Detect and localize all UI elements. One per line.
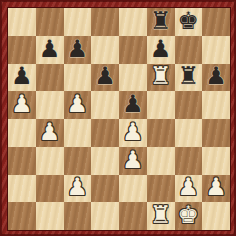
square-f1[interactable]: ♜ — [147, 202, 175, 230]
square-b3[interactable] — [36, 147, 64, 175]
square-g3[interactable] — [175, 147, 203, 175]
square-g5[interactable] — [175, 91, 203, 119]
black-pawn[interactable]: ♟ — [122, 92, 144, 116]
black-pawn[interactable]: ♟ — [150, 37, 172, 61]
square-b2[interactable] — [36, 175, 64, 203]
white-pawn[interactable]: ♟ — [122, 120, 144, 144]
square-c5[interactable]: ♟ — [64, 91, 92, 119]
square-f4[interactable] — [147, 119, 175, 147]
square-h3[interactable] — [202, 147, 230, 175]
square-h5[interactable] — [202, 91, 230, 119]
square-e7[interactable] — [119, 36, 147, 64]
square-h4[interactable] — [202, 119, 230, 147]
square-f3[interactable] — [147, 147, 175, 175]
square-e4[interactable]: ♟ — [119, 119, 147, 147]
square-d5[interactable] — [91, 91, 119, 119]
square-e3[interactable]: ♟ — [119, 147, 147, 175]
square-b6[interactable] — [36, 64, 64, 92]
black-pawn[interactable]: ♟ — [11, 64, 33, 88]
white-pawn[interactable]: ♟ — [178, 175, 200, 199]
square-d3[interactable] — [91, 147, 119, 175]
square-b4[interactable]: ♟ — [36, 119, 64, 147]
square-b1[interactable] — [36, 202, 64, 230]
square-e5[interactable]: ♟ — [119, 91, 147, 119]
white-pawn[interactable]: ♟ — [122, 148, 144, 172]
square-b7[interactable]: ♟ — [36, 36, 64, 64]
black-rook[interactable]: ♜ — [178, 64, 200, 88]
white-pawn[interactable]: ♟ — [205, 175, 227, 199]
black-pawn[interactable]: ♟ — [205, 64, 227, 88]
square-c8[interactable] — [64, 8, 92, 36]
square-f8[interactable]: ♜ — [147, 8, 175, 36]
square-h7[interactable] — [202, 36, 230, 64]
square-c7[interactable]: ♟ — [64, 36, 92, 64]
white-pawn[interactable]: ♟ — [67, 175, 89, 199]
white-king[interactable]: ♚ — [178, 203, 200, 227]
white-rook[interactable]: ♜ — [150, 64, 172, 88]
square-d4[interactable] — [91, 119, 119, 147]
chess-board: ♜♚♟♟♟♟♟♜♜♟♟♟♟♟♟♟♟♟♟♜♚ — [8, 8, 230, 230]
square-g7[interactable] — [175, 36, 203, 64]
square-a8[interactable] — [8, 8, 36, 36]
square-h2[interactable]: ♟ — [202, 175, 230, 203]
square-g6[interactable]: ♜ — [175, 64, 203, 92]
square-c4[interactable] — [64, 119, 92, 147]
square-a1[interactable] — [8, 202, 36, 230]
square-f5[interactable] — [147, 91, 175, 119]
chess-board-frame: ♜♚♟♟♟♟♟♜♜♟♟♟♟♟♟♟♟♟♟♜♚ — [0, 0, 236, 236]
square-h6[interactable]: ♟ — [202, 64, 230, 92]
square-h8[interactable] — [202, 8, 230, 36]
black-king[interactable]: ♚ — [178, 9, 200, 33]
square-g8[interactable]: ♚ — [175, 8, 203, 36]
square-c2[interactable]: ♟ — [64, 175, 92, 203]
square-b5[interactable] — [36, 91, 64, 119]
square-c1[interactable] — [64, 202, 92, 230]
square-e8[interactable] — [119, 8, 147, 36]
square-f2[interactable] — [147, 175, 175, 203]
square-g2[interactable]: ♟ — [175, 175, 203, 203]
square-f6[interactable]: ♜ — [147, 64, 175, 92]
white-pawn[interactable]: ♟ — [67, 92, 89, 116]
square-h1[interactable] — [202, 202, 230, 230]
square-b8[interactable] — [36, 8, 64, 36]
white-rook[interactable]: ♜ — [150, 203, 172, 227]
square-d6[interactable]: ♟ — [91, 64, 119, 92]
square-f7[interactable]: ♟ — [147, 36, 175, 64]
black-pawn[interactable]: ♟ — [39, 37, 61, 61]
square-a2[interactable] — [8, 175, 36, 203]
white-pawn[interactable]: ♟ — [11, 92, 33, 116]
black-pawn[interactable]: ♟ — [94, 64, 116, 88]
square-g4[interactable] — [175, 119, 203, 147]
square-a4[interactable] — [8, 119, 36, 147]
white-pawn[interactable]: ♟ — [39, 120, 61, 144]
square-d8[interactable] — [91, 8, 119, 36]
black-rook[interactable]: ♜ — [150, 9, 172, 33]
square-e1[interactable] — [119, 202, 147, 230]
square-d7[interactable] — [91, 36, 119, 64]
square-d1[interactable] — [91, 202, 119, 230]
square-g1[interactable]: ♚ — [175, 202, 203, 230]
square-d2[interactable] — [91, 175, 119, 203]
square-a3[interactable] — [8, 147, 36, 175]
square-c3[interactable] — [64, 147, 92, 175]
square-a7[interactable] — [8, 36, 36, 64]
square-c6[interactable] — [64, 64, 92, 92]
square-e2[interactable] — [119, 175, 147, 203]
square-e6[interactable] — [119, 64, 147, 92]
square-a6[interactable]: ♟ — [8, 64, 36, 92]
black-pawn[interactable]: ♟ — [67, 37, 89, 61]
square-a5[interactable]: ♟ — [8, 91, 36, 119]
